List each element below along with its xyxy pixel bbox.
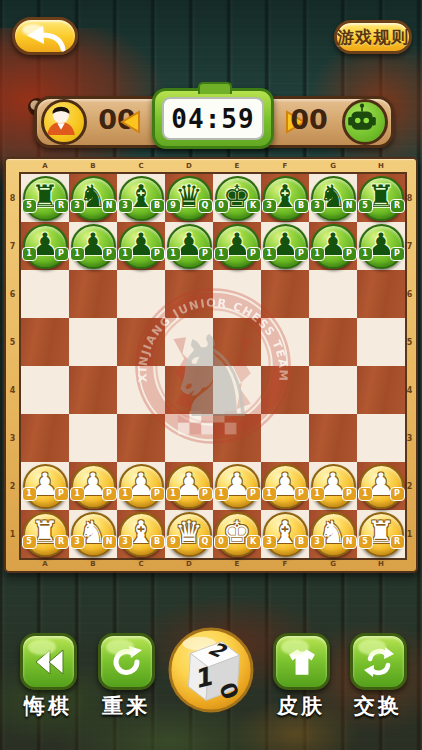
square-f2[interactable]: ♟1P <box>261 462 309 510</box>
square-g2[interactable]: ♟1P <box>309 462 357 510</box>
square-g4[interactable] <box>309 366 357 414</box>
square-e3[interactable] <box>213 414 261 462</box>
rank-label-4: 4 <box>407 386 413 395</box>
gloss-highlight <box>281 639 309 655</box>
piece-letter-badge: P <box>342 487 357 501</box>
file-labels-bottom: ABCDEFGH <box>21 557 405 570</box>
square-f4[interactable] <box>261 366 309 414</box>
piece-letter-badge: P <box>390 487 405 501</box>
square-d6[interactable] <box>165 270 213 318</box>
piece-letter-badge: N <box>102 535 117 549</box>
app-screen: 游戏规则 00 00 <box>0 0 422 750</box>
rank-label-2: 2 <box>407 482 413 491</box>
file-label-a: A <box>42 560 47 568</box>
chess-board: ABCDEFGH 87654321 ♜5R♞3N♝3B♛9Q♚0K♝3B♞3N♜… <box>4 157 418 573</box>
gloss-highlight <box>28 639 56 655</box>
square-f8[interactable]: ♝3B <box>261 174 309 222</box>
file-label-f: F <box>283 162 288 170</box>
square-c4[interactable] <box>117 366 165 414</box>
gloss-highlight <box>106 639 134 655</box>
square-a1[interactable]: ♜5R <box>21 510 69 558</box>
square-c5[interactable] <box>117 318 165 366</box>
square-h6[interactable] <box>357 270 405 318</box>
swap-label: 交换 <box>338 692 418 720</box>
square-c6[interactable] <box>117 270 165 318</box>
piece-value-badge: 1 <box>214 247 229 261</box>
square-g3[interactable] <box>309 414 357 462</box>
file-label-g: G <box>330 560 336 568</box>
piece-value-badge: 1 <box>358 247 373 261</box>
file-label-d: D <box>186 162 192 170</box>
skin-label: 皮肤 <box>261 692 341 720</box>
square-b2[interactable]: ♟1P <box>69 462 117 510</box>
piece-green-pawn-f7[interactable]: ♟1P <box>263 224 308 269</box>
piece-letter-badge: B <box>294 199 309 213</box>
piece-letter-badge: K <box>246 199 261 213</box>
square-c8[interactable]: ♝3B <box>117 174 165 222</box>
piece-letter-badge: P <box>198 247 213 261</box>
game-rules-button[interactable]: 游戏规则 <box>334 20 412 54</box>
square-g5[interactable] <box>309 318 357 366</box>
rank-label-4: 4 <box>10 386 16 395</box>
piece-green-queen-d8[interactable]: ♛9Q <box>167 176 212 221</box>
file-label-b: B <box>90 162 95 170</box>
left-player-avatar <box>41 99 87 145</box>
right-player-score: 00 <box>281 104 337 135</box>
piece-value-badge: 3 <box>118 199 133 213</box>
piece-value-badge: 3 <box>118 535 133 549</box>
piece-value-badge: 1 <box>70 487 85 501</box>
piece-green-pawn-d7[interactable]: ♟1P <box>167 224 212 269</box>
piece-letter-badge: P <box>246 247 261 261</box>
piece-letter-badge: B <box>150 199 165 213</box>
square-e7[interactable]: ♟1P <box>213 222 261 270</box>
square-d3[interactable] <box>165 414 213 462</box>
piece-green-pawn-b7[interactable]: ♟1P <box>71 224 116 269</box>
piece-gold-king-e1[interactable]: ♚0K <box>215 512 260 557</box>
file-label-b: B <box>90 560 95 568</box>
square-a7[interactable]: ♟1P <box>21 222 69 270</box>
piece-value-badge: 1 <box>118 247 133 261</box>
piece-gold-pawn-d2[interactable]: ♟1P <box>167 464 212 509</box>
dice-button[interactable]: 1 2 0 <box>167 626 255 714</box>
piece-letter-badge: P <box>102 487 117 501</box>
piece-letter-badge: P <box>390 247 405 261</box>
piece-green-bishop-f8[interactable]: ♝3B <box>263 176 308 221</box>
piece-letter-badge: B <box>150 535 165 549</box>
piece-letter-badge: N <box>342 199 357 213</box>
rank-label-8: 8 <box>10 194 16 203</box>
square-d7[interactable]: ♟1P <box>165 222 213 270</box>
piece-letter-badge: Q <box>198 535 213 549</box>
square-c2[interactable]: ♟1P <box>117 462 165 510</box>
square-e5[interactable] <box>213 318 261 366</box>
piece-value-badge: 1 <box>22 247 37 261</box>
undo-button[interactable] <box>20 633 77 690</box>
dice-icon: 1 2 0 <box>167 626 255 714</box>
piece-green-pawn-h7[interactable]: ♟1P <box>359 224 404 269</box>
rank-label-5: 5 <box>407 338 413 347</box>
piece-value-badge: 9 <box>166 535 181 549</box>
rank-label-2: 2 <box>10 482 16 491</box>
piece-green-pawn-e7[interactable]: ♟1P <box>215 224 260 269</box>
piece-value-badge: 5 <box>358 199 373 213</box>
piece-letter-badge: R <box>54 535 69 549</box>
square-e4[interactable] <box>213 366 261 414</box>
rank-label-1: 1 <box>10 530 16 539</box>
piece-value-badge: 5 <box>358 535 373 549</box>
piece-value-badge: 0 <box>214 535 229 549</box>
undo-label: 悔棋 <box>8 692 88 720</box>
piece-value-badge: 1 <box>310 247 325 261</box>
piece-green-king-e8[interactable]: ♚0K <box>215 176 260 221</box>
piece-value-badge: 3 <box>262 535 277 549</box>
square-g7[interactable]: ♟1P <box>309 222 357 270</box>
file-label-c: C <box>138 560 143 568</box>
piece-gold-bishop-c1[interactable]: ♝3B <box>119 512 164 557</box>
piece-gold-pawn-g2[interactable]: ♟1P <box>311 464 356 509</box>
square-c7[interactable]: ♟1P <box>117 222 165 270</box>
restart-button[interactable] <box>98 633 155 690</box>
clock-top-button <box>198 82 232 94</box>
piece-gold-pawn-b2[interactable]: ♟1P <box>71 464 116 509</box>
file-label-h: H <box>378 162 384 170</box>
file-label-e: E <box>235 162 240 170</box>
square-b6[interactable] <box>69 270 117 318</box>
piece-value-badge: 1 <box>166 487 181 501</box>
piece-value-badge: 3 <box>70 199 85 213</box>
piece-green-knight-b8[interactable]: ♞3N <box>71 176 116 221</box>
gloss-highlight <box>358 639 386 655</box>
piece-letter-badge: P <box>246 487 261 501</box>
restart-label: 重来 <box>86 692 166 720</box>
square-b1[interactable]: ♞3N <box>69 510 117 558</box>
piece-letter-badge: P <box>294 247 309 261</box>
square-a5[interactable] <box>21 318 69 366</box>
square-h2[interactable]: ♟1P <box>357 462 405 510</box>
square-a2[interactable]: ♟1P <box>21 462 69 510</box>
piece-green-rook-a8[interactable]: ♜5R <box>23 176 68 221</box>
piece-letter-badge: K <box>246 535 261 549</box>
piece-letter-badge: R <box>390 199 405 213</box>
piece-letter-badge: B <box>294 535 309 549</box>
person-icon <box>44 102 78 136</box>
piece-gold-knight-g1[interactable]: ♞3N <box>311 512 356 557</box>
square-d4[interactable] <box>165 366 213 414</box>
piece-green-bishop-c8[interactable]: ♝3B <box>119 176 164 221</box>
rank-labels-left: 87654321 <box>6 174 19 558</box>
piece-gold-pawn-a2[interactable]: ♟1P <box>23 464 68 509</box>
rank-label-8: 8 <box>407 194 413 203</box>
piece-letter-badge: N <box>102 199 117 213</box>
piece-value-badge: 1 <box>358 487 373 501</box>
piece-gold-knight-b1[interactable]: ♞3N <box>71 512 116 557</box>
piece-letter-badge: P <box>150 487 165 501</box>
square-a3[interactable] <box>21 414 69 462</box>
square-h8[interactable]: ♜5R <box>357 174 405 222</box>
square-b4[interactable] <box>69 366 117 414</box>
piece-green-pawn-c7[interactable]: ♟1P <box>119 224 164 269</box>
square-e6[interactable] <box>213 270 261 318</box>
piece-value-badge: 5 <box>22 199 37 213</box>
file-label-f: F <box>283 560 288 568</box>
rank-label-7: 7 <box>407 242 413 251</box>
square-c3[interactable] <box>117 414 165 462</box>
piece-green-rook-h8[interactable]: ♜5R <box>359 176 404 221</box>
file-label-d: D <box>186 560 192 568</box>
left-turn-arrow-icon <box>119 110 141 134</box>
rank-label-7: 7 <box>10 242 16 251</box>
piece-letter-badge: P <box>294 487 309 501</box>
piece-gold-pawn-c2[interactable]: ♟1P <box>119 464 164 509</box>
piece-letter-badge: P <box>342 247 357 261</box>
piece-value-badge: 3 <box>262 199 277 213</box>
swap-button[interactable] <box>350 633 407 690</box>
square-c1[interactable]: ♝3B <box>117 510 165 558</box>
piece-gold-pawn-e2[interactable]: ♟1P <box>215 464 260 509</box>
piece-green-pawn-a7[interactable]: ♟1P <box>23 224 68 269</box>
piece-value-badge: 1 <box>166 247 181 261</box>
square-f1[interactable]: ♝3B <box>261 510 309 558</box>
file-label-e: E <box>235 560 240 568</box>
piece-value-badge: 1 <box>70 247 85 261</box>
square-e8[interactable]: ♚0K <box>213 174 261 222</box>
piece-value-badge: 5 <box>22 535 37 549</box>
piece-gold-bishop-f1[interactable]: ♝3B <box>263 512 308 557</box>
rank-label-5: 5 <box>10 338 16 347</box>
square-h1[interactable]: ♜5R <box>357 510 405 558</box>
piece-value-badge: 3 <box>310 199 325 213</box>
square-b8[interactable]: ♞3N <box>69 174 117 222</box>
piece-gold-rook-a1[interactable]: ♜5R <box>23 512 68 557</box>
piece-value-badge: 9 <box>166 199 181 213</box>
piece-letter-badge: P <box>150 247 165 261</box>
square-f7[interactable]: ♟1P <box>261 222 309 270</box>
piece-letter-badge: N <box>342 535 357 549</box>
square-a4[interactable] <box>21 366 69 414</box>
square-g6[interactable] <box>309 270 357 318</box>
square-e2[interactable]: ♟1P <box>213 462 261 510</box>
board-squares: ♜5R♞3N♝3B♛9Q♚0K♝3B♞3N♜5R♟1P♟1P♟1P♟1P♟1P♟… <box>19 172 407 560</box>
file-label-a: A <box>42 162 47 170</box>
skin-button[interactable] <box>273 633 330 690</box>
rank-label-6: 6 <box>407 290 413 299</box>
rank-label-3: 3 <box>10 434 16 443</box>
piece-value-badge: 1 <box>262 247 277 261</box>
square-h7[interactable]: ♟1P <box>357 222 405 270</box>
square-d8[interactable]: ♛9Q <box>165 174 213 222</box>
piece-letter-badge: P <box>54 487 69 501</box>
rank-label-6: 6 <box>10 290 16 299</box>
piece-value-badge: 1 <box>118 487 133 501</box>
square-h5[interactable] <box>357 318 405 366</box>
piece-value-badge: 3 <box>70 535 85 549</box>
piece-value-badge: 1 <box>214 487 229 501</box>
square-f3[interactable] <box>261 414 309 462</box>
piece-letter-badge: P <box>102 247 117 261</box>
piece-gold-pawn-h2[interactable]: ♟1P <box>359 464 404 509</box>
square-d2[interactable]: ♟1P <box>165 462 213 510</box>
clock-display: 04:59 <box>162 97 264 140</box>
game-clock: 04:59 <box>152 88 274 149</box>
piece-value-badge: 1 <box>22 487 37 501</box>
piece-gold-queen-d1[interactable]: ♛9Q <box>167 512 212 557</box>
square-a6[interactable] <box>21 270 69 318</box>
square-g8[interactable]: ♞3N <box>309 174 357 222</box>
piece-value-badge: 1 <box>262 487 277 501</box>
piece-letter-badge: P <box>198 487 213 501</box>
piece-value-badge: 1 <box>310 487 325 501</box>
right-player-avatar <box>342 99 388 145</box>
square-d1[interactable]: ♛9Q <box>165 510 213 558</box>
piece-gold-pawn-f2[interactable]: ♟1P <box>263 464 308 509</box>
rank-label-1: 1 <box>407 530 413 539</box>
piece-gold-rook-h1[interactable]: ♜5R <box>359 512 404 557</box>
file-label-h: H <box>378 560 384 568</box>
square-h3[interactable] <box>357 414 405 462</box>
square-b5[interactable] <box>69 318 117 366</box>
square-b3[interactable] <box>69 414 117 462</box>
piece-value-badge: 0 <box>214 199 229 213</box>
rank-label-3: 3 <box>407 434 413 443</box>
piece-green-pawn-g7[interactable]: ♟1P <box>311 224 356 269</box>
file-label-c: C <box>138 162 143 170</box>
square-e1[interactable]: ♚0K <box>213 510 261 558</box>
back-arrow-icon <box>23 22 69 54</box>
square-h4[interactable] <box>357 366 405 414</box>
back-button[interactable] <box>12 17 78 55</box>
robot-icon <box>345 102 379 136</box>
square-f6[interactable] <box>261 270 309 318</box>
square-f5[interactable] <box>261 318 309 366</box>
rank-labels-right: 87654321 <box>403 174 416 558</box>
piece-letter-badge: R <box>54 199 69 213</box>
piece-letter-badge: Q <box>198 199 213 213</box>
piece-letter-badge: P <box>54 247 69 261</box>
square-b7[interactable]: ♟1P <box>69 222 117 270</box>
piece-value-badge: 3 <box>310 535 325 549</box>
file-labels-top: ABCDEFGH <box>21 160 405 172</box>
piece-letter-badge: R <box>390 535 405 549</box>
square-d5[interactable] <box>165 318 213 366</box>
file-label-g: G <box>330 162 336 170</box>
square-g1[interactable]: ♞3N <box>309 510 357 558</box>
square-a8[interactable]: ♜5R <box>21 174 69 222</box>
piece-green-knight-g8[interactable]: ♞3N <box>311 176 356 221</box>
